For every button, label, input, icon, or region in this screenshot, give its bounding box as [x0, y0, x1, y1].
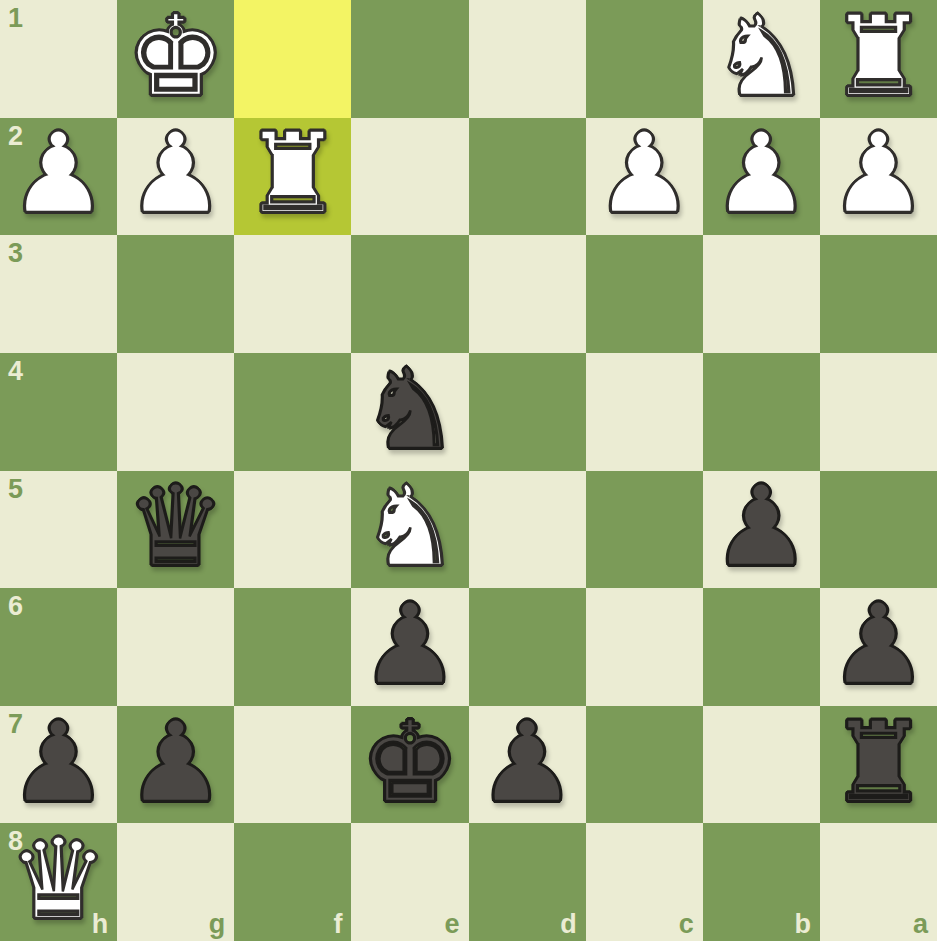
square-f2[interactable]: ♜ [234, 118, 351, 236]
file-label-a: a [913, 909, 928, 940]
rank-label-3: 3 [8, 238, 23, 269]
piece-white-knight[interactable]: ♞ [360, 470, 460, 582]
file-label-b: b [794, 909, 811, 940]
file-label-e: e [444, 909, 459, 940]
piece-white-rook[interactable]: ♜ [828, 0, 928, 112]
square-b3[interactable] [703, 235, 820, 353]
square-c1[interactable] [586, 0, 703, 118]
rank-label-1: 1 [8, 3, 23, 34]
square-c2[interactable]: ♟ [586, 118, 703, 236]
piece-black-knight[interactable]: ♞ [360, 353, 460, 465]
square-d8[interactable]: d [469, 823, 586, 941]
square-a4[interactable] [820, 353, 937, 471]
square-a1[interactable]: ♜ [820, 0, 937, 118]
square-a2[interactable]: ♟ [820, 118, 937, 236]
piece-black-rook[interactable]: ♜ [828, 706, 928, 818]
square-d5[interactable] [469, 471, 586, 589]
square-a6[interactable]: ♟ [820, 588, 937, 706]
chess-board-container: 1♚♞♜2♟♟♜♟♟♟34♞5♛♞♟6♟♟7♟♟♚♟♜8h♛gfedcba [0, 0, 937, 941]
square-g5[interactable]: ♛ [117, 471, 234, 589]
square-b4[interactable] [703, 353, 820, 471]
square-g4[interactable] [117, 353, 234, 471]
square-h6[interactable]: 6 [0, 588, 117, 706]
square-e7[interactable]: ♚ [351, 706, 468, 824]
square-d2[interactable] [469, 118, 586, 236]
piece-black-pawn[interactable]: ♟ [125, 706, 225, 818]
piece-white-pawn[interactable]: ♟ [594, 117, 694, 229]
rank-label-5: 5 [8, 474, 23, 505]
square-f5[interactable] [234, 471, 351, 589]
square-f3[interactable] [234, 235, 351, 353]
square-b7[interactable] [703, 706, 820, 824]
piece-white-queen[interactable]: ♛ [8, 823, 108, 935]
square-e4[interactable]: ♞ [351, 353, 468, 471]
piece-black-pawn[interactable]: ♟ [711, 470, 811, 582]
piece-black-queen[interactable]: ♛ [125, 470, 225, 582]
file-label-d: d [560, 909, 577, 940]
piece-white-rook[interactable]: ♜ [243, 117, 343, 229]
square-d3[interactable] [469, 235, 586, 353]
piece-black-pawn[interactable]: ♟ [477, 706, 577, 818]
square-g3[interactable] [117, 235, 234, 353]
square-f7[interactable] [234, 706, 351, 824]
file-label-c: c [679, 909, 694, 940]
square-e6[interactable]: ♟ [351, 588, 468, 706]
piece-white-pawn[interactable]: ♟ [125, 117, 225, 229]
piece-white-pawn[interactable]: ♟ [711, 117, 811, 229]
square-e8[interactable]: e [351, 823, 468, 941]
chess-board: 1♚♞♜2♟♟♜♟♟♟34♞5♛♞♟6♟♟7♟♟♚♟♜8h♛gfedcba [0, 0, 937, 941]
square-e2[interactable] [351, 118, 468, 236]
square-f1[interactable] [234, 0, 351, 118]
square-c6[interactable] [586, 588, 703, 706]
square-a5[interactable] [820, 471, 937, 589]
square-e5[interactable]: ♞ [351, 471, 468, 589]
piece-white-pawn[interactable]: ♟ [828, 117, 928, 229]
square-e3[interactable] [351, 235, 468, 353]
square-f4[interactable] [234, 353, 351, 471]
square-h7[interactable]: 7♟ [0, 706, 117, 824]
square-h2[interactable]: 2♟ [0, 118, 117, 236]
rank-label-6: 6 [8, 591, 23, 622]
square-f6[interactable] [234, 588, 351, 706]
square-d7[interactable]: ♟ [469, 706, 586, 824]
square-a8[interactable]: a [820, 823, 937, 941]
square-c5[interactable] [586, 471, 703, 589]
square-h4[interactable]: 4 [0, 353, 117, 471]
rank-label-4: 4 [8, 356, 23, 387]
piece-white-king[interactable]: ♚ [125, 0, 225, 112]
square-c8[interactable]: c [586, 823, 703, 941]
square-b5[interactable]: ♟ [703, 471, 820, 589]
square-e1[interactable] [351, 0, 468, 118]
square-a7[interactable]: ♜ [820, 706, 937, 824]
square-d4[interactable] [469, 353, 586, 471]
piece-white-pawn[interactable]: ♟ [8, 117, 108, 229]
square-b2[interactable]: ♟ [703, 118, 820, 236]
piece-black-king[interactable]: ♚ [360, 706, 460, 818]
square-b6[interactable] [703, 588, 820, 706]
square-d1[interactable] [469, 0, 586, 118]
square-g1[interactable]: ♚ [117, 0, 234, 118]
square-h5[interactable]: 5 [0, 471, 117, 589]
square-b8[interactable]: b [703, 823, 820, 941]
file-label-f: f [333, 909, 342, 940]
piece-black-pawn[interactable]: ♟ [8, 706, 108, 818]
square-g6[interactable] [117, 588, 234, 706]
square-h8[interactable]: 8h♛ [0, 823, 117, 941]
square-a3[interactable] [820, 235, 937, 353]
square-c3[interactable] [586, 235, 703, 353]
piece-black-pawn[interactable]: ♟ [360, 588, 460, 700]
file-label-g: g [209, 909, 226, 940]
square-g7[interactable]: ♟ [117, 706, 234, 824]
square-h3[interactable]: 3 [0, 235, 117, 353]
square-g2[interactable]: ♟ [117, 118, 234, 236]
square-f8[interactable]: f [234, 823, 351, 941]
square-d6[interactable] [469, 588, 586, 706]
piece-black-pawn[interactable]: ♟ [828, 588, 928, 700]
square-c7[interactable] [586, 706, 703, 824]
piece-white-knight[interactable]: ♞ [711, 0, 811, 112]
square-b1[interactable]: ♞ [703, 0, 820, 118]
square-h1[interactable]: 1 [0, 0, 117, 118]
square-g8[interactable]: g [117, 823, 234, 941]
square-c4[interactable] [586, 353, 703, 471]
